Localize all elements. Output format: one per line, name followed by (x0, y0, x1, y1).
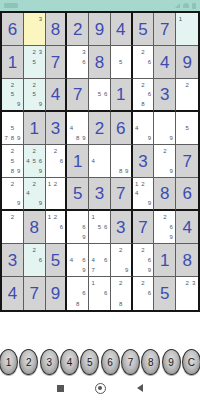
cell-r8c3[interactable]: 5 (46, 244, 68, 277)
pencil-marks: 259 (3, 80, 22, 109)
cell-r8c5[interactable]: 467 (89, 244, 111, 277)
mark-3 (81, 278, 87, 288)
mark-3 (58, 212, 64, 222)
cell-r9c8[interactable]: 5 (154, 277, 176, 310)
mark-7 (177, 34, 184, 44)
mark-6 (190, 24, 197, 34)
cell-r9c9[interactable]: 23 (176, 277, 198, 310)
cell-r8c6[interactable]: 29 (111, 244, 133, 277)
mark-6 (190, 288, 197, 298)
mark-6: 6 (168, 222, 174, 232)
pencil-marks: 268 (134, 80, 153, 109)
cell-r3c5[interactable]: 56 (89, 79, 111, 112)
cell-digit: 8 (95, 54, 104, 71)
cell-r6c9[interactable]: 6 (176, 178, 198, 211)
pencil-marks: 69 (68, 212, 87, 242)
mark-6 (16, 189, 22, 199)
cell-r9c7[interactable]: 26 (133, 277, 155, 310)
mark-6 (124, 57, 130, 67)
key-5[interactable]: 5 (80, 349, 99, 375)
mark-9 (146, 99, 152, 109)
mark-3 (103, 146, 109, 156)
pencil-marks: 249 (25, 179, 44, 208)
mark-9: 9 (81, 232, 87, 242)
cell-digit: 1 (8, 54, 17, 71)
key-7[interactable]: 7 (121, 349, 140, 375)
mark-9 (58, 232, 64, 242)
cell-r2c2[interactable]: 235 (24, 46, 46, 79)
cell-digit: 7 (138, 219, 147, 236)
cell-r5c1[interactable]: 2589 (2, 145, 24, 178)
cell-r2c4[interactable]: 36 (67, 46, 89, 79)
mark-6: 6 (81, 57, 87, 67)
cell-digit: 1 (160, 252, 169, 269)
cell-r6c7[interactable]: 1249 (133, 178, 155, 211)
mark-9: 9 (37, 99, 43, 109)
cell-r1c9[interactable]: 1 (176, 13, 198, 46)
pencil-marks: 29 (155, 146, 174, 176)
pencil-marks: 2 (3, 212, 22, 242)
cell-digit: 5 (73, 185, 82, 202)
cell-r7c2[interactable]: 8 (24, 211, 46, 244)
mark-6: 6 (58, 156, 64, 166)
cell-digit: 7 (182, 153, 191, 170)
mark-6 (16, 90, 22, 100)
cell-digit: 8 (160, 185, 169, 202)
mark-6 (16, 222, 22, 232)
cell-digit: 7 (29, 285, 38, 302)
mark-6 (124, 255, 130, 265)
back-button[interactable] (134, 382, 146, 394)
mark-3 (58, 146, 64, 156)
mark-6: 6 (146, 288, 152, 298)
mark-3 (81, 212, 87, 222)
cell-r4c8[interactable]: 9 (154, 112, 176, 145)
cell-r5c2[interactable]: 24569 (24, 145, 46, 178)
mark-6: 6 (103, 288, 109, 298)
cell-digit: 9 (182, 54, 191, 71)
pencil-marks: 16 (90, 278, 109, 309)
pencil-marks: 2 (177, 80, 197, 109)
cell-r6c2[interactable]: 249 (24, 178, 46, 211)
key-9[interactable]: 9 (162, 349, 181, 375)
mark-3 (37, 245, 43, 255)
mark-1: 1 (177, 14, 184, 24)
mark-3 (103, 278, 109, 288)
mark-6 (190, 123, 197, 133)
spacer (0, 312, 200, 348)
mark-9 (190, 299, 197, 309)
mark-7 (177, 133, 184, 143)
mark-6: 6 (103, 255, 109, 265)
pencil-marks: 24569 (25, 146, 44, 176)
status-bar (0, 0, 200, 11)
cell-digit: 3 (160, 86, 169, 103)
mark-6: 6 (81, 288, 87, 298)
cell-r4c2[interactable]: 1 (24, 112, 46, 145)
cell-r7c6[interactable]: 3 (111, 211, 133, 244)
pencil-marks: 89 (112, 146, 130, 176)
cell-digit: 8 (51, 21, 60, 38)
cell-r1c5[interactable]: 9 (89, 13, 111, 46)
cell-r3c2[interactable]: 259 (24, 79, 46, 112)
pencil-marks: 269 (134, 245, 153, 275)
mark-9: 9 (124, 166, 130, 176)
mark-3 (16, 179, 22, 189)
cell-r7c5[interactable]: 156 (89, 211, 111, 244)
key-3[interactable]: 3 (40, 349, 59, 375)
mark-3 (124, 146, 130, 156)
cell-r8c7[interactable]: 269 (133, 244, 155, 277)
mark-9 (103, 299, 109, 309)
mark-3 (168, 113, 174, 123)
mark-9 (103, 265, 109, 275)
cell-r7c4[interactable]: 69 (67, 211, 89, 244)
pencil-marks: 5 (177, 113, 197, 143)
mark-9: 9 (168, 232, 174, 242)
mark-6: 6 (146, 90, 152, 100)
cell-digit: 3 (138, 153, 147, 170)
mark-8 (184, 99, 191, 109)
cell-r8c1[interactable]: 3 (2, 244, 24, 277)
cell-r2c9[interactable]: 9 (176, 46, 198, 79)
mark-9: 9 (146, 265, 152, 275)
mark-5 (184, 288, 191, 298)
cell-r3c1[interactable]: 259 (2, 79, 24, 112)
mark-5 (184, 24, 191, 34)
mark-9: 9 (16, 133, 22, 143)
key-6[interactable]: 6 (101, 349, 120, 375)
cell-r7c3[interactable]: 126 (46, 211, 68, 244)
cell-r4c7[interactable]: 49 (133, 112, 155, 145)
pencil-marks: 1249 (134, 179, 153, 208)
mark-9 (103, 99, 109, 109)
mark-6 (16, 156, 22, 166)
cell-r5c5[interactable]: 4 (89, 145, 111, 178)
sudoku-board: 6382945711235736852649259259475612683257… (0, 11, 200, 312)
mark-9: 9 (124, 265, 130, 275)
mark-9 (146, 67, 152, 77)
pencil-marks: 467 (90, 245, 109, 275)
mark-1 (177, 113, 184, 123)
battery-icon (192, 3, 196, 9)
key-1[interactable]: 1 (0, 349, 18, 375)
mark-3 (16, 212, 22, 222)
mark-9: 9 (146, 133, 152, 143)
mark-9: 9 (16, 99, 22, 109)
cell-r2c3[interactable]: 7 (46, 46, 68, 79)
pencil-marks: 29 (112, 245, 130, 275)
mark-3 (190, 14, 197, 24)
cell-r4c3[interactable]: 3 (46, 112, 68, 145)
mark-9 (124, 67, 130, 77)
cell-r9c6[interactable]: 28 (111, 277, 133, 310)
mark-3 (37, 179, 43, 189)
cell-r3c7[interactable]: 268 (133, 79, 155, 112)
pencil-marks: 156 (90, 212, 109, 242)
cell-r7c1[interactable]: 2 (2, 211, 24, 244)
cell-r4c5[interactable]: 2 (89, 112, 111, 145)
mark-6 (37, 57, 43, 67)
mark-1 (177, 278, 184, 288)
pencil-marks: 23 (177, 278, 197, 309)
cell-digit: 1 (29, 120, 38, 137)
pencil-marks: 36 (68, 47, 87, 77)
pencil-marks: 2589 (3, 146, 22, 176)
pencil-marks: 49 (134, 113, 153, 143)
mark-3: 3 (190, 278, 197, 288)
mark-3 (168, 146, 174, 156)
mark-2 (184, 14, 191, 24)
cell-r8c9[interactable]: 8 (176, 244, 198, 277)
cell-digit: 3 (95, 185, 104, 202)
pencil-marks: 235 (25, 47, 44, 77)
mark-9 (37, 34, 43, 44)
cell-r1c1[interactable]: 6 (2, 13, 24, 46)
mark-9 (58, 166, 64, 176)
cell-r7c9[interactable]: 4 (176, 211, 198, 244)
cell-r1c2[interactable]: 3 (24, 13, 46, 46)
mark-6 (58, 189, 64, 199)
mark-3 (146, 179, 152, 189)
cell-r1c3[interactable]: 8 (46, 13, 68, 46)
mark-9 (190, 99, 197, 109)
mark-6: 6 (37, 255, 43, 265)
recents-button[interactable] (54, 382, 66, 394)
mark-6 (37, 24, 43, 34)
recents-square-icon (57, 385, 64, 392)
cell-r7c7[interactable]: 7 (133, 211, 155, 244)
signal-icon (175, 3, 180, 8)
mark-9 (103, 166, 109, 176)
cell-r5c4[interactable]: 1 (67, 145, 89, 178)
mark-9 (81, 67, 87, 77)
mark-7 (177, 99, 184, 109)
mark-3 (190, 80, 197, 90)
mark-3: 3 (37, 14, 43, 24)
cell-r6c8[interactable]: 8 (154, 178, 176, 211)
mark-9 (103, 232, 109, 242)
pencil-marks: 12 (47, 179, 65, 208)
pencil-marks: 26 (134, 47, 153, 77)
mark-9 (190, 133, 197, 143)
cell-r2c8[interactable]: 4 (154, 46, 176, 79)
mark-9: 9 (16, 166, 22, 176)
mark-6 (81, 123, 87, 133)
pencil-marks: 26 (25, 245, 44, 275)
cell-digit: 4 (160, 54, 169, 71)
mark-3 (146, 47, 152, 57)
mark-3 (146, 80, 152, 90)
cell-digit: 1 (116, 86, 125, 103)
cell-digit: 1 (73, 153, 82, 170)
pencil-marks: 9 (155, 113, 174, 143)
cell-r5c6[interactable]: 89 (111, 145, 133, 178)
mark-6: 6 (37, 156, 43, 166)
cell-r2c7[interactable]: 26 (133, 46, 155, 79)
cell-r8c8[interactable]: 1 (154, 244, 176, 277)
cell-r5c3[interactable]: 26 (46, 145, 68, 178)
home-button[interactable] (94, 382, 106, 394)
cell-r6c3[interactable]: 12 (46, 178, 68, 211)
cell-digit: 5 (138, 21, 147, 38)
mark-6 (124, 156, 130, 166)
cell-r8c2[interactable]: 26 (24, 244, 46, 277)
key-C[interactable]: C (182, 349, 200, 375)
cell-r9c4[interactable]: 68 (67, 277, 89, 310)
cell-r8c4[interactable]: 469 (67, 244, 89, 277)
mark-3 (16, 80, 22, 90)
mark-9: 9 (146, 198, 152, 208)
cell-digit: 3 (116, 219, 125, 236)
pencil-marks: 26 (47, 146, 65, 176)
mark-6: 6 (81, 255, 87, 265)
cell-digit: 2 (73, 21, 82, 38)
back-triangle-icon (137, 384, 143, 392)
mark-3 (37, 146, 43, 156)
mark-6 (124, 288, 130, 298)
cell-r1c4[interactable]: 2 (67, 13, 89, 46)
mark-2 (184, 113, 191, 123)
key-8[interactable]: 8 (141, 349, 160, 375)
cell-r2c1[interactable]: 1 (2, 46, 24, 79)
cell-r2c6[interactable]: 5 (111, 46, 133, 79)
pencil-marks: 28 (112, 278, 130, 309)
cell-r4c9[interactable]: 5 (176, 112, 198, 145)
key-4[interactable]: 4 (60, 349, 79, 375)
cell-r6c4[interactable]: 5 (67, 178, 89, 211)
mark-6 (37, 90, 43, 100)
mark-3 (81, 245, 87, 255)
mark-6: 6 (103, 222, 109, 232)
mark-6 (146, 123, 152, 133)
cell-digit: 8 (182, 252, 191, 269)
mark-3 (103, 245, 109, 255)
mark-9: 9 (81, 265, 87, 275)
cell-digit: 4 (116, 21, 125, 38)
pencil-marks: 68 (68, 278, 87, 309)
mark-9: 9 (168, 166, 174, 176)
cell-r3c9[interactable]: 2 (176, 79, 198, 112)
cell-r4c4[interactable]: 489 (67, 112, 89, 145)
mark-3 (58, 179, 64, 189)
cell-r3c3[interactable]: 4 (46, 79, 68, 112)
home-circle-icon (95, 383, 106, 394)
mark-9 (190, 34, 197, 44)
mark-6 (168, 156, 174, 166)
cell-digit: 3 (8, 252, 17, 269)
cell-r1c8[interactable]: 7 (154, 13, 176, 46)
mark-4 (177, 90, 184, 100)
mark-8 (184, 133, 191, 143)
cell-digit: 7 (51, 54, 60, 71)
pencil-marks: 489 (68, 113, 87, 143)
mark-6: 6 (146, 57, 152, 67)
mark-3 (37, 80, 43, 90)
pencil-marks: 259 (25, 80, 44, 109)
pencil-marks: 269 (155, 212, 174, 242)
mark-9: 9 (81, 133, 87, 143)
mark-3 (146, 278, 152, 288)
mark-9 (124, 299, 130, 309)
cell-digit: 5 (160, 285, 169, 302)
mark-9 (81, 299, 87, 309)
pencil-marks: 5 (112, 47, 130, 77)
cell-r6c1[interactable]: 29 (2, 178, 24, 211)
mark-8 (184, 299, 191, 309)
cell-digit: 7 (116, 185, 125, 202)
cell-digit: 6 (182, 185, 191, 202)
cell-r6c5[interactable]: 3 (89, 178, 111, 211)
mark-5: 5 (184, 123, 191, 133)
mark-3 (103, 80, 109, 90)
key-2[interactable]: 2 (19, 349, 38, 375)
mark-2: 2 (184, 80, 191, 90)
cell-r9c3[interactable]: 9 (46, 277, 68, 310)
cell-digit: 9 (51, 285, 60, 302)
cell-r3c6[interactable]: 1 (111, 79, 133, 112)
cell-r9c5[interactable]: 16 (89, 277, 111, 310)
mark-4 (177, 123, 184, 133)
status-notification-icon (4, 3, 18, 8)
mark-6: 6 (58, 222, 64, 232)
mark-6 (168, 123, 174, 133)
mark-9: 9 (37, 166, 43, 176)
cell-r9c2[interactable]: 7 (24, 277, 46, 310)
cell-r9c1[interactable]: 4 (2, 277, 24, 310)
cell-r1c6[interactable]: 4 (111, 13, 133, 46)
cell-digit: 9 (95, 21, 104, 38)
mark-3 (190, 113, 197, 123)
cell-r4c6[interactable]: 6 (111, 112, 133, 145)
mark-5 (184, 90, 191, 100)
mark-9: 9 (37, 198, 43, 208)
cell-r4c1[interactable]: 5789 (2, 112, 24, 145)
mark-6 (146, 189, 152, 199)
cell-r2c5[interactable]: 8 (89, 46, 111, 79)
cell-digit: 4 (182, 219, 191, 236)
pencil-marks: 26 (134, 278, 153, 309)
mark-9: 9 (16, 198, 22, 208)
cell-r3c4[interactable]: 7 (67, 79, 89, 112)
pencil-marks: 4 (90, 146, 109, 176)
mark-3 (16, 113, 22, 123)
cell-r5c8[interactable]: 29 (154, 145, 176, 178)
mark-3 (168, 212, 174, 222)
mark-9 (37, 265, 43, 275)
cell-r6c6[interactable]: 7 (111, 178, 133, 211)
cell-r5c7[interactable]: 3 (133, 145, 155, 178)
mark-9 (58, 198, 64, 208)
cell-digit: 2 (95, 120, 104, 137)
mark-3: 3 (37, 47, 43, 57)
cell-digit: 8 (29, 219, 38, 236)
cell-r3c8[interactable]: 3 (154, 79, 176, 112)
cell-r7c8[interactable]: 269 (154, 211, 176, 244)
mark-6 (103, 156, 109, 166)
cell-digit: 7 (160, 21, 169, 38)
mark-3 (16, 146, 22, 156)
cell-r1c7[interactable]: 5 (133, 13, 155, 46)
pencil-marks: 29 (3, 179, 22, 208)
mark-3 (124, 47, 130, 57)
mark-3 (103, 212, 109, 222)
mark-9 (37, 67, 43, 77)
pencil-marks: 56 (90, 80, 109, 109)
mark-4 (177, 288, 184, 298)
cell-r5c9[interactable]: 7 (176, 145, 198, 178)
mark-9 (146, 299, 152, 309)
